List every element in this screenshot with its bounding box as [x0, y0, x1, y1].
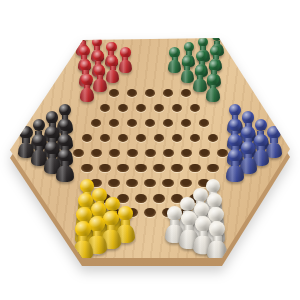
peg-green [206, 74, 221, 101]
peg-head [59, 119, 72, 132]
board-hole [144, 208, 156, 217]
peg-green [168, 47, 182, 72]
peg-base [119, 60, 133, 73]
board-hole [199, 119, 210, 127]
board-hole [163, 119, 174, 127]
peg-base [106, 70, 120, 83]
board-hole [81, 164, 92, 173]
board-hole [153, 164, 164, 173]
board-hole [118, 104, 128, 112]
peg-head [59, 104, 71, 116]
board-hole [100, 104, 110, 112]
board-hole [127, 149, 138, 158]
peg-head [75, 221, 91, 237]
board-hole [181, 149, 192, 158]
board-hole [127, 89, 137, 97]
board-hole [136, 134, 147, 142]
chinese-checkers-board [0, 0, 300, 300]
peg-head [228, 149, 242, 163]
peg-base [56, 166, 73, 182]
board-hole [91, 119, 102, 127]
board-hole [127, 119, 138, 127]
peg-base [80, 88, 95, 102]
board-hole [190, 104, 200, 112]
peg-head [78, 31, 88, 41]
board-hole [109, 89, 119, 97]
peg-red [80, 74, 95, 101]
board-hole [136, 104, 146, 112]
board-hole [190, 134, 201, 142]
board-hole [154, 134, 165, 142]
board-hole [108, 179, 119, 188]
product-photo [0, 0, 300, 300]
peg-red [93, 65, 107, 92]
board-hole [181, 89, 191, 97]
peg-head [207, 74, 219, 85]
board-hole [199, 149, 210, 158]
board-hole [117, 164, 128, 173]
board-hole [153, 194, 165, 203]
board-hole [208, 134, 219, 142]
peg-red [106, 56, 120, 82]
peg-white [207, 221, 227, 258]
board-face [0, 0, 300, 300]
board-hole [82, 134, 93, 142]
peg-head [267, 126, 280, 139]
board-hole [180, 179, 191, 188]
board-hole [163, 149, 174, 158]
peg-base [226, 166, 243, 182]
board-hole [73, 149, 84, 158]
board-hole [207, 164, 218, 173]
board-hole [171, 164, 182, 173]
board-hole [135, 194, 147, 203]
board-hole [135, 164, 146, 173]
board-hole [109, 119, 120, 127]
board-hole [172, 134, 183, 142]
peg-base [206, 88, 221, 102]
board-hole [126, 179, 137, 188]
board-hole [181, 119, 192, 127]
board-hole [189, 164, 200, 173]
board-hole [144, 179, 155, 188]
board-hole [172, 104, 182, 112]
board-hole [162, 179, 173, 188]
peg-red [119, 47, 133, 72]
peg-head [58, 149, 72, 163]
board-hole [145, 89, 155, 97]
peg-head [81, 74, 93, 85]
board-hole [145, 119, 156, 127]
board-hole [99, 164, 110, 173]
board-hole [91, 149, 102, 158]
board-hole [154, 104, 164, 112]
board-hole [100, 134, 111, 142]
board-hole [145, 149, 156, 158]
peg-black [56, 149, 73, 181]
peg-base [168, 60, 182, 73]
peg-base [93, 79, 107, 92]
peg-head [209, 221, 225, 237]
board-hole [109, 149, 120, 158]
board-hole [118, 134, 129, 142]
board-hole [163, 89, 173, 97]
peg-blue [226, 149, 243, 181]
